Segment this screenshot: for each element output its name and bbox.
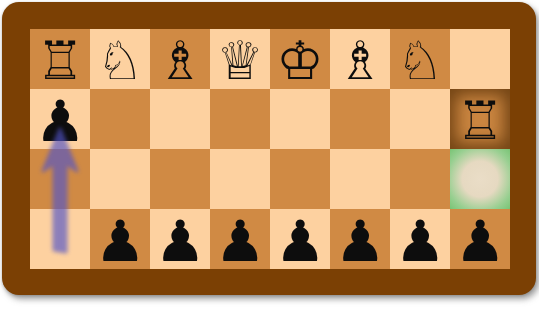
piece-black-pawn: ♟ — [334, 213, 385, 270]
square-r1c8[interactable] — [450, 29, 510, 89]
square-r2c1[interactable]: ♟ — [30, 89, 90, 149]
square-r3c4[interactable] — [210, 149, 270, 209]
piece-white-king: ♔ — [276, 34, 324, 87]
square-r4c5[interactable]: ♟ — [270, 209, 330, 269]
square-r4c3[interactable]: ♟ — [150, 209, 210, 269]
square-r1c3[interactable]: ♗ — [150, 29, 210, 89]
square-r1c5[interactable]: ♔ — [270, 29, 330, 89]
square-r2c5[interactable] — [270, 89, 330, 149]
square-r4c6[interactable]: ♟ — [330, 209, 390, 269]
square-r2c6[interactable] — [330, 89, 390, 149]
square-r3c7[interactable] — [390, 149, 450, 209]
chess-board-frame: ♖♘♗♕♔♗♘♟♖♟♟♟♟♟♟♟ — [2, 2, 536, 295]
piece-white-knight: ♘ — [96, 34, 144, 87]
piece-black-pawn: ♟ — [34, 93, 85, 150]
square-r3c5[interactable] — [270, 149, 330, 209]
square-r4c7[interactable]: ♟ — [390, 209, 450, 269]
square-r3c6[interactable] — [330, 149, 390, 209]
chess-board: ♖♘♗♕♔♗♘♟♖♟♟♟♟♟♟♟ — [30, 29, 510, 269]
square-r1c4[interactable]: ♕ — [210, 29, 270, 89]
piece-white-queen: ♕ — [216, 34, 264, 87]
square-r2c7[interactable] — [390, 89, 450, 149]
piece-white-bishop: ♗ — [336, 34, 384, 87]
square-r2c3[interactable] — [150, 89, 210, 149]
square-r2c2[interactable] — [90, 89, 150, 149]
piece-black-pawn: ♟ — [274, 213, 325, 270]
square-r4c4[interactable]: ♟ — [210, 209, 270, 269]
piece-white-rook: ♖ — [456, 94, 504, 147]
square-r3c8[interactable] — [450, 149, 510, 209]
square-r4c2[interactable]: ♟ — [90, 209, 150, 269]
piece-black-pawn: ♟ — [394, 213, 445, 270]
piece-black-pawn: ♟ — [94, 213, 145, 270]
square-r3c1[interactable] — [30, 149, 90, 209]
square-r1c7[interactable]: ♘ — [390, 29, 450, 89]
square-r3c3[interactable] — [150, 149, 210, 209]
square-r2c4[interactable] — [210, 89, 270, 149]
square-r1c6[interactable]: ♗ — [330, 29, 390, 89]
square-r3c2[interactable] — [90, 149, 150, 209]
piece-black-pawn: ♟ — [154, 213, 205, 270]
square-r4c1[interactable] — [30, 209, 90, 269]
piece-white-bishop: ♗ — [156, 34, 204, 87]
square-r2c8[interactable]: ♖ — [450, 89, 510, 149]
screenshot-canvas: ♖♘♗♕♔♗♘♟♖♟♟♟♟♟♟♟ — [0, 0, 539, 313]
square-r4c8[interactable]: ♟ — [450, 209, 510, 269]
piece-white-knight: ♘ — [396, 34, 444, 87]
square-r1c1[interactable]: ♖ — [30, 29, 90, 89]
piece-black-pawn: ♟ — [454, 213, 505, 270]
piece-white-rook: ♖ — [36, 34, 84, 87]
piece-black-pawn: ♟ — [214, 213, 265, 270]
square-r1c2[interactable]: ♘ — [90, 29, 150, 89]
